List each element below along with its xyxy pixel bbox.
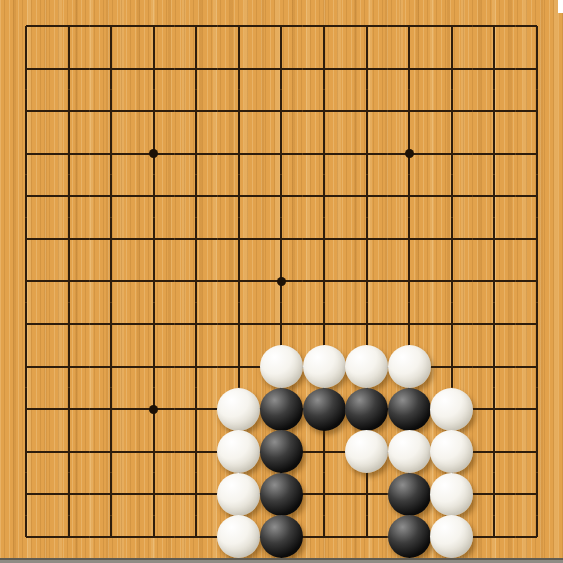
board-cell[interactable] [303,345,346,388]
board-cell[interactable] [175,303,218,346]
board-cell[interactable] [303,218,346,261]
board-cell[interactable] [345,218,388,261]
board-cell[interactable] [90,260,133,303]
board-cell[interactable] [260,175,303,218]
star-point [277,277,286,286]
board-cell[interactable] [430,430,473,473]
white-stone[interactable] [260,345,303,388]
board-cell[interactable] [5,388,48,431]
board-cell[interactable] [260,303,303,346]
white-stone[interactable] [388,345,431,388]
board-cell[interactable] [260,90,303,133]
board-cell[interactable] [218,175,261,218]
board-cell[interactable] [132,388,175,431]
board-cell[interactable] [90,516,133,559]
board-cell[interactable] [388,345,431,388]
board-cell[interactable] [175,345,218,388]
board-cell[interactable] [218,218,261,261]
board-cell[interactable] [516,218,559,261]
board-cell[interactable] [345,260,388,303]
board-cell[interactable] [175,90,218,133]
board-cell[interactable] [345,90,388,133]
board-cell[interactable] [5,473,48,516]
board-cell[interactable] [473,473,516,516]
board-cell[interactable] [5,175,48,218]
board-cell[interactable] [516,5,559,48]
black-stone[interactable] [260,430,303,473]
board-cell[interactable] [430,90,473,133]
board-cell[interactable] [47,47,90,90]
black-stone[interactable] [388,473,431,516]
board-cell[interactable] [303,303,346,346]
board-cell[interactable] [516,260,559,303]
board-cell[interactable] [47,345,90,388]
board-cell[interactable] [5,303,48,346]
board-cell[interactable] [132,303,175,346]
board-cell[interactable] [388,260,431,303]
board-cell[interactable] [260,132,303,175]
board-cell[interactable] [345,430,388,473]
black-stone[interactable] [260,473,303,516]
board-cell[interactable] [132,345,175,388]
board-cell[interactable] [260,430,303,473]
board-cell[interactable] [430,132,473,175]
white-stone[interactable] [217,473,260,516]
board-cell[interactable] [175,260,218,303]
board-cell[interactable] [175,218,218,261]
board-cell[interactable] [260,260,303,303]
board-cell[interactable] [5,260,48,303]
white-stone[interactable] [217,388,260,431]
white-stone[interactable] [345,345,388,388]
board-cell[interactable] [218,388,261,431]
board-cell[interactable] [132,218,175,261]
board-cell[interactable] [430,175,473,218]
board-cell[interactable] [303,175,346,218]
background-notch [558,0,563,13]
board-cell[interactable] [132,430,175,473]
board-cell[interactable] [388,132,431,175]
board-cell[interactable] [388,5,431,48]
board-cell[interactable] [345,175,388,218]
board-cell[interactable] [218,516,261,559]
board-cell[interactable] [132,90,175,133]
board-cell[interactable] [175,516,218,559]
board-cell[interactable] [345,345,388,388]
board-cell[interactable] [473,345,516,388]
board-cell[interactable] [516,473,559,516]
board-cell[interactable] [175,473,218,516]
board-cell[interactable] [175,388,218,431]
white-stone[interactable] [430,430,473,473]
board-cell[interactable] [47,516,90,559]
board-cell[interactable] [5,132,48,175]
board-cell[interactable] [175,175,218,218]
board-cell[interactable] [90,47,133,90]
board-cell[interactable] [388,473,431,516]
board-cell[interactable] [260,47,303,90]
board-cell[interactable] [345,516,388,559]
board-cell[interactable] [473,516,516,559]
board-cell[interactable] [303,5,346,48]
board-cell[interactable] [430,473,473,516]
board-cell[interactable] [90,5,133,48]
white-stone[interactable] [430,473,473,516]
board-cell[interactable] [47,430,90,473]
white-stone[interactable] [217,430,260,473]
board-cell[interactable] [516,175,559,218]
white-stone[interactable] [430,515,473,558]
board-cell[interactable] [303,90,346,133]
board-cell[interactable] [218,345,261,388]
board-cell[interactable] [430,218,473,261]
board-cell[interactable] [175,430,218,473]
board-cell[interactable] [218,430,261,473]
board-cell[interactable] [303,473,346,516]
board-cell[interactable] [47,388,90,431]
board-cell[interactable] [132,47,175,90]
board-cell[interactable] [5,516,48,559]
board-cell[interactable] [473,132,516,175]
board-cell[interactable] [516,47,559,90]
white-stone[interactable] [217,515,260,558]
board-cell[interactable] [47,132,90,175]
board-cell[interactable] [5,47,48,90]
board-cell[interactable] [303,260,346,303]
board-cell[interactable] [260,473,303,516]
board-cell[interactable] [516,516,559,559]
board-cell[interactable] [473,218,516,261]
board-cell[interactable] [90,90,133,133]
board-cell[interactable] [260,5,303,48]
board-cell[interactable] [473,175,516,218]
board-cell[interactable] [345,132,388,175]
board-cell[interactable] [430,47,473,90]
board-cell[interactable] [47,260,90,303]
board-cell[interactable] [132,473,175,516]
black-stone[interactable] [388,515,431,558]
black-stone[interactable] [260,515,303,558]
board-cell[interactable] [516,303,559,346]
black-stone[interactable] [260,388,303,431]
board-cell[interactable] [388,175,431,218]
board-cell[interactable] [90,388,133,431]
board-cell[interactable] [5,430,48,473]
board-cell[interactable] [473,303,516,346]
board-cell[interactable] [430,345,473,388]
board-cell[interactable] [47,90,90,133]
go-app-screen [0,0,563,563]
board-cell[interactable] [303,388,346,431]
board-cell[interactable] [90,473,133,516]
white-stone[interactable] [388,430,431,473]
board-cell[interactable] [47,218,90,261]
board-cell[interactable] [90,132,133,175]
board-cell[interactable] [260,345,303,388]
board-cell[interactable] [516,430,559,473]
board-cell[interactable] [388,303,431,346]
board-cell[interactable] [303,516,346,559]
board-cell[interactable] [260,516,303,559]
board-cell[interactable] [5,90,48,133]
board-cell[interactable] [5,218,48,261]
board-cell[interactable] [175,132,218,175]
window-edge-strip [0,558,563,563]
board-cell[interactable] [47,5,90,48]
board-cell[interactable] [473,47,516,90]
black-stone[interactable] [345,388,388,431]
board-cell[interactable] [90,430,133,473]
board-cell[interactable] [473,430,516,473]
board-cell[interactable] [218,132,261,175]
board-cell[interactable] [516,90,559,133]
board-cell[interactable] [345,388,388,431]
board-cell[interactable] [388,430,431,473]
board-cell[interactable] [345,47,388,90]
board-cell[interactable] [90,218,133,261]
board-cell[interactable] [47,473,90,516]
board-cell[interactable] [132,132,175,175]
board-cell[interactable] [90,303,133,346]
board-cell[interactable] [132,175,175,218]
board-cell[interactable] [303,430,346,473]
board-cell[interactable] [218,90,261,133]
go-board [5,5,559,559]
board-cell[interactable] [260,388,303,431]
board-cell[interactable] [303,47,346,90]
board-cell[interactable] [388,516,431,559]
board-cell[interactable] [516,388,559,431]
board-cell[interactable] [430,516,473,559]
board-cell[interactable] [430,260,473,303]
white-stone[interactable] [345,430,388,473]
white-stone[interactable] [303,345,346,388]
board-cell[interactable] [47,175,90,218]
board-cell[interactable] [47,303,90,346]
board-cell[interactable] [218,47,261,90]
board-cell[interactable] [5,5,48,48]
board-cell[interactable] [260,218,303,261]
star-point [405,149,414,158]
star-point [149,149,158,158]
board-cell[interactable] [345,5,388,48]
board-cell[interactable] [388,218,431,261]
board-cell[interactable] [430,5,473,48]
board-cell[interactable] [132,5,175,48]
board-cell[interactable] [345,473,388,516]
board-cell[interactable] [473,5,516,48]
board-cell[interactable] [430,303,473,346]
board-cell[interactable] [345,303,388,346]
board-cell[interactable] [90,345,133,388]
white-stone[interactable] [430,388,473,431]
board-cell[interactable] [303,132,346,175]
board-cell[interactable] [218,260,261,303]
board-cell[interactable] [388,47,431,90]
board-cell[interactable] [175,47,218,90]
board-cell[interactable] [218,473,261,516]
board-cell[interactable] [473,90,516,133]
board-cell[interactable] [516,132,559,175]
board-cell[interactable] [175,5,218,48]
board-cell[interactable] [132,260,175,303]
board-cell[interactable] [132,516,175,559]
board-cell[interactable] [388,90,431,133]
star-point [149,405,158,414]
board-cell[interactable] [430,388,473,431]
board-cell[interactable] [516,345,559,388]
board-cell[interactable] [388,388,431,431]
board-cell[interactable] [5,345,48,388]
black-stone[interactable] [388,388,431,431]
board-cell[interactable] [90,175,133,218]
board-cell[interactable] [218,303,261,346]
board-cell[interactable] [218,5,261,48]
board-cell[interactable] [473,260,516,303]
black-stone[interactable] [303,388,346,431]
board-cell[interactable] [473,388,516,431]
